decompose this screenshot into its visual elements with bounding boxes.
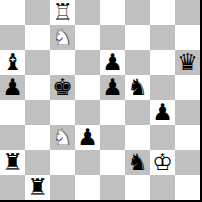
square-g2[interactable]: ♚♔ — [150, 150, 175, 175]
square-a3[interactable] — [0, 125, 25, 150]
piece-black-knight: ♞ — [125, 150, 150, 175]
square-e4[interactable] — [100, 100, 125, 125]
square-g8[interactable] — [150, 0, 175, 25]
square-e5[interactable]: ♟ — [100, 75, 125, 100]
piece-black-pawn: ♟ — [100, 50, 125, 75]
square-g4[interactable]: ♟ — [150, 100, 175, 125]
square-a2[interactable]: ♜ — [0, 150, 25, 175]
square-e1[interactable] — [100, 175, 125, 200]
square-b6[interactable] — [25, 50, 50, 75]
square-d6[interactable] — [75, 50, 100, 75]
chess-board: ♜♖♞♘♝♟♛♟♚♟♞♟♞♘♟♜♞♚♔♜ — [0, 0, 202, 202]
square-c4[interactable] — [50, 100, 75, 125]
square-c3[interactable]: ♞♘ — [50, 125, 75, 150]
square-d2[interactable] — [75, 150, 100, 175]
square-f4[interactable] — [125, 100, 150, 125]
square-h4[interactable] — [175, 100, 200, 125]
square-b7[interactable] — [25, 25, 50, 50]
piece-black-bishop: ♝ — [0, 50, 25, 75]
square-e2[interactable] — [100, 150, 125, 175]
square-h8[interactable] — [175, 0, 200, 25]
square-g7[interactable] — [150, 25, 175, 50]
square-b2[interactable] — [25, 150, 50, 175]
square-f6[interactable] — [125, 50, 150, 75]
square-f2[interactable]: ♞ — [125, 150, 150, 175]
square-h1[interactable] — [175, 175, 200, 200]
square-a6[interactable]: ♝ — [0, 50, 25, 75]
square-c7[interactable]: ♞♘ — [50, 25, 75, 50]
piece-black-pawn: ♟ — [100, 75, 125, 100]
square-a8[interactable] — [0, 0, 25, 25]
square-c1[interactable] — [50, 175, 75, 200]
square-f3[interactable] — [125, 125, 150, 150]
piece-black-pawn: ♟ — [0, 75, 25, 100]
square-g5[interactable] — [150, 75, 175, 100]
square-f8[interactable] — [125, 0, 150, 25]
square-b5[interactable] — [25, 75, 50, 100]
square-d1[interactable] — [75, 175, 100, 200]
square-e6[interactable]: ♟ — [100, 50, 125, 75]
square-a7[interactable] — [0, 25, 25, 50]
square-h3[interactable] — [175, 125, 200, 150]
square-c8[interactable]: ♜♖ — [50, 0, 75, 25]
square-b1[interactable]: ♜ — [25, 175, 50, 200]
square-a5[interactable]: ♟ — [0, 75, 25, 100]
square-c6[interactable] — [50, 50, 75, 75]
square-d3[interactable]: ♟ — [75, 125, 100, 150]
square-g1[interactable] — [150, 175, 175, 200]
square-g6[interactable] — [150, 50, 175, 75]
square-g3[interactable] — [150, 125, 175, 150]
square-a1[interactable] — [0, 175, 25, 200]
piece-black-pawn: ♟ — [150, 100, 175, 125]
square-e3[interactable] — [100, 125, 125, 150]
square-b3[interactable] — [25, 125, 50, 150]
piece-black-rook: ♜ — [0, 150, 25, 175]
square-b8[interactable] — [25, 0, 50, 25]
square-e7[interactable] — [100, 25, 125, 50]
square-c2[interactable] — [50, 150, 75, 175]
square-h6[interactable]: ♛ — [175, 50, 200, 75]
square-f7[interactable] — [125, 25, 150, 50]
piece-white-rook: ♜♖ — [50, 0, 75, 25]
piece-black-queen: ♛ — [175, 50, 200, 75]
square-a4[interactable] — [0, 100, 25, 125]
piece-black-pawn: ♟ — [75, 125, 100, 150]
square-h2[interactable] — [175, 150, 200, 175]
square-h7[interactable] — [175, 25, 200, 50]
square-e8[interactable] — [100, 0, 125, 25]
square-c5[interactable]: ♚ — [50, 75, 75, 100]
piece-white-knight: ♞♘ — [50, 125, 75, 150]
piece-white-knight: ♞♘ — [50, 25, 75, 50]
piece-black-knight: ♞ — [125, 75, 150, 100]
square-d7[interactable] — [75, 25, 100, 50]
piece-white-king: ♚♔ — [150, 150, 175, 175]
square-b4[interactable] — [25, 100, 50, 125]
square-h5[interactable] — [175, 75, 200, 100]
square-d8[interactable] — [75, 0, 100, 25]
square-d5[interactable] — [75, 75, 100, 100]
square-f5[interactable]: ♞ — [125, 75, 150, 100]
piece-black-rook: ♜ — [25, 175, 50, 200]
piece-black-king: ♚ — [50, 75, 75, 100]
square-d4[interactable] — [75, 100, 100, 125]
square-f1[interactable] — [125, 175, 150, 200]
